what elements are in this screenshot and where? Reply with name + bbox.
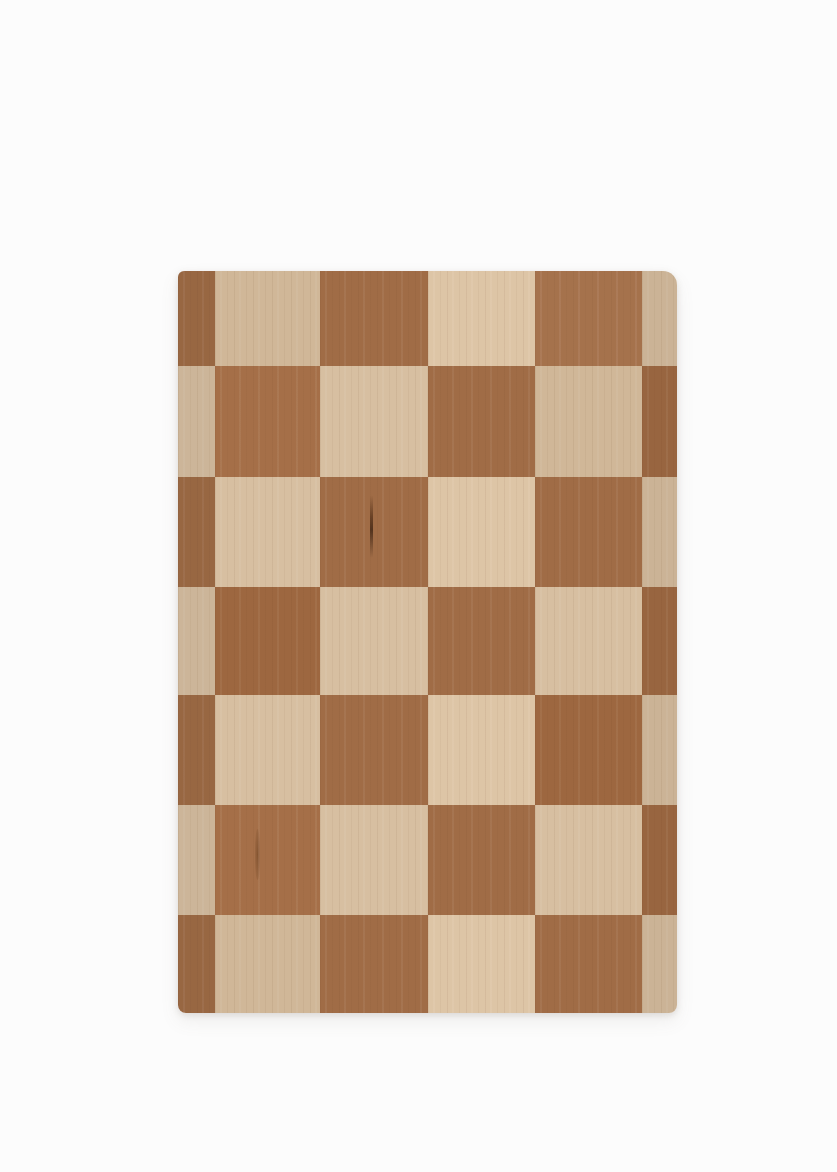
checkerboard	[178, 271, 677, 1013]
board-square-r2-c6-dark	[642, 366, 677, 477]
board-square-r1-c1-dark	[178, 271, 215, 366]
board-square-r6-c6-dark	[642, 805, 677, 915]
board-square-r7-c2-light	[215, 915, 320, 1013]
board-square-r7-c4-light	[428, 915, 535, 1013]
board-square-r7-c1-dark	[178, 915, 215, 1013]
board-square-r4-c6-dark	[642, 587, 677, 695]
board-square-r7-c3-dark	[320, 915, 428, 1013]
board-square-r2-c2-dark	[215, 366, 320, 477]
board-square-r4-c3-light	[320, 587, 428, 695]
board-square-r3-c1-dark	[178, 477, 215, 587]
board-square-r5-c5-dark	[535, 695, 642, 805]
board-square-r3-c5-dark	[535, 477, 642, 587]
board-square-r3-c3-dark	[320, 477, 428, 587]
board-square-r4-c4-dark	[428, 587, 535, 695]
board-square-r5-c3-dark	[320, 695, 428, 805]
board-square-r7-c5-dark	[535, 915, 642, 1013]
photo-background	[0, 0, 837, 1172]
board-square-r6-c1-light	[178, 805, 215, 915]
board-square-r4-c2-dark	[215, 587, 320, 695]
board-square-r2-c5-light	[535, 366, 642, 477]
board-square-r3-c6-light	[642, 477, 677, 587]
board-square-r1-c2-light	[215, 271, 320, 366]
board-square-r6-c5-light	[535, 805, 642, 915]
board-square-r2-c3-light	[320, 366, 428, 477]
board-square-r1-c3-dark	[320, 271, 428, 366]
board-square-r5-c4-light	[428, 695, 535, 805]
board-square-r7-c6-light	[642, 915, 677, 1013]
board-square-r4-c1-light	[178, 587, 215, 695]
board-square-r5-c1-dark	[178, 695, 215, 805]
board-square-r6-c4-dark	[428, 805, 535, 915]
board-square-r6-c2-dark	[215, 805, 320, 915]
board-square-r5-c6-light	[642, 695, 677, 805]
board-square-r3-c4-light	[428, 477, 535, 587]
board-square-r1-c6-light	[642, 271, 677, 366]
board-square-r3-c2-light	[215, 477, 320, 587]
board-square-r4-c5-light	[535, 587, 642, 695]
board-square-r2-c1-light	[178, 366, 215, 477]
board-square-r5-c2-light	[215, 695, 320, 805]
board-square-r1-c4-light	[428, 271, 535, 366]
board-square-r1-c5-dark	[535, 271, 642, 366]
board-square-r2-c4-dark	[428, 366, 535, 477]
board-square-r6-c3-light	[320, 805, 428, 915]
